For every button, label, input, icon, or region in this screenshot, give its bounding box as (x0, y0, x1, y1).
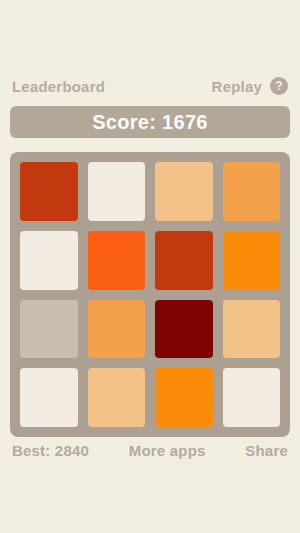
tile-r4c2-peach (88, 368, 146, 427)
leaderboard-button[interactable]: Leaderboard (12, 78, 105, 95)
tile-r1c3-peach (155, 162, 213, 221)
top-right-group: Replay ? (212, 77, 288, 95)
board[interactable] (10, 152, 290, 437)
tile-r1c1-darkred (20, 162, 78, 221)
score-value: Score: 1676 (92, 111, 208, 134)
tile-r2c4-brightorange (223, 231, 281, 290)
bottom-bar: Best: 2840 More apps Share (12, 441, 288, 459)
tile-r2c3-darkred (155, 231, 213, 290)
tile-r3c2-orange (88, 300, 146, 359)
best-score-label: Best: 2840 (12, 442, 89, 459)
tile-r3c1-empty (20, 300, 78, 359)
help-icon[interactable]: ? (270, 77, 288, 95)
tile-r4c3-brightorange (155, 368, 213, 427)
score-bar: Score: 1676 (10, 106, 290, 138)
top-bar: Leaderboard Replay ? (12, 76, 288, 96)
tile-r1c4-orange (223, 162, 281, 221)
app-screen: Leaderboard Replay ? Score: 1676 Best: 2… (0, 0, 300, 533)
tile-r1c2-cream (88, 162, 146, 221)
tile-r3c3-maroon (155, 300, 213, 359)
tile-r3c4-peach (223, 300, 281, 359)
tile-r4c4-cream (223, 368, 281, 427)
share-button[interactable]: Share (245, 442, 288, 459)
more-apps-button[interactable]: More apps (129, 442, 206, 459)
tile-r2c1-cream (20, 231, 78, 290)
replay-button[interactable]: Replay (212, 78, 262, 95)
tile-r4c1-cream (20, 368, 78, 427)
tile-r2c2-vermilion (88, 231, 146, 290)
